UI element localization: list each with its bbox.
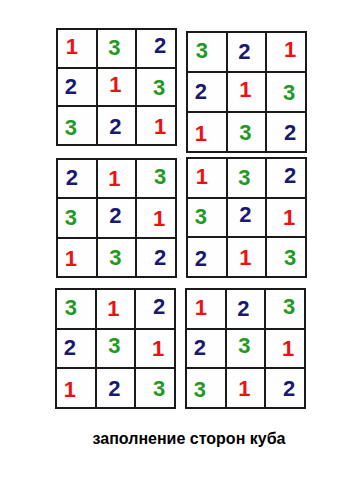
- digit-3: 3: [153, 77, 165, 99]
- cell-face1-r3c2: 2: [98, 107, 136, 144]
- cell-face2-r2c2: 1: [228, 73, 266, 111]
- digit-2: 2: [154, 247, 166, 269]
- digit-1: 1: [195, 297, 207, 319]
- digit-1: 1: [66, 36, 78, 58]
- cell-face3-r2c1: 3: [58, 199, 96, 236]
- digit-1: 1: [239, 247, 251, 269]
- cell-face2-r3c2: 3: [228, 113, 266, 151]
- board-face-3: 213321132: [56, 158, 177, 278]
- cell-face4-r2c2: 2: [228, 199, 266, 237]
- digit-3: 3: [65, 207, 77, 229]
- cell-face3-r2c3: 1: [137, 199, 175, 236]
- digit-2: 2: [66, 167, 78, 189]
- digit-2: 2: [194, 337, 206, 359]
- cell-face2-r1c2: 2: [228, 33, 266, 71]
- digit-2: 2: [153, 296, 165, 318]
- cell-face4-r3c3: 3: [267, 238, 305, 276]
- board-face-4: 132321213: [186, 157, 307, 278]
- digit-3: 3: [108, 335, 120, 357]
- digit-3: 3: [195, 206, 207, 228]
- digit-1: 1: [152, 338, 164, 360]
- board-face-6: 123231312: [185, 288, 306, 409]
- cell-face2-r2c1: 2: [188, 73, 226, 111]
- digit-3: 3: [239, 122, 251, 144]
- cell-face5-r2c2: 3: [97, 330, 135, 368]
- cell-face3-r3c3: 2: [137, 239, 175, 276]
- cell-face5-r3c3: 3: [136, 369, 174, 407]
- digit-1: 1: [283, 207, 295, 229]
- cell-face6-r1c2: 2: [227, 290, 265, 328]
- cell-face1-r3c3: 1: [137, 107, 175, 144]
- cell-face4-r2c3: 1: [267, 199, 305, 237]
- cell-face1-r1c2: 3: [98, 30, 136, 67]
- puzzle-diagram: 132213321 321213132 213321132 132321213 …: [0, 0, 358, 486]
- digit-2: 2: [195, 248, 207, 270]
- digit-2: 2: [237, 298, 249, 320]
- cell-face4-r1c1: 1: [188, 159, 226, 197]
- digit-2: 2: [65, 76, 77, 98]
- digit-1: 1: [107, 298, 119, 320]
- cell-face4-r3c1: 2: [188, 238, 226, 276]
- cell-face6-r1c1: 1: [187, 290, 225, 328]
- cell-face4-r2c1: 3: [188, 199, 226, 237]
- cell-face3-r1c1: 2: [58, 160, 96, 197]
- digit-3: 3: [196, 40, 208, 62]
- cell-face6-r2c3: 1: [266, 330, 304, 368]
- digit-2: 2: [109, 205, 121, 227]
- digit-3: 3: [154, 166, 166, 188]
- digit-1: 1: [153, 208, 165, 230]
- digit-3: 3: [109, 247, 121, 269]
- digit-1: 1: [109, 74, 121, 96]
- cell-face1-r2c3: 3: [137, 69, 175, 106]
- cell-face1-r1c3: 2: [137, 30, 175, 67]
- board-face-2: 321213132: [186, 31, 307, 153]
- cell-face3-r1c2: 1: [98, 160, 136, 197]
- cell-face3-r3c1: 1: [58, 239, 96, 276]
- digit-3: 3: [238, 335, 250, 357]
- cell-face5-r3c1: 1: [57, 369, 95, 407]
- cell-face1-r2c2: 1: [98, 69, 136, 106]
- cell-face3-r3c2: 3: [98, 239, 136, 276]
- cell-face2-r2c3: 3: [267, 73, 305, 111]
- cell-face6-r3c1: 3: [187, 369, 225, 407]
- digit-1: 1: [239, 79, 251, 101]
- cell-face2-r1c1: 3: [188, 33, 226, 71]
- digit-2: 2: [239, 204, 251, 226]
- cell-face5-r1c3: 2: [136, 290, 174, 328]
- cell-face4-r3c2: 1: [228, 238, 266, 276]
- cell-face6-r2c1: 2: [187, 330, 225, 368]
- cell-face2-r3c3: 2: [267, 113, 305, 151]
- cell-face2-r1c3: 1: [267, 33, 305, 71]
- digit-3: 3: [65, 117, 77, 139]
- board-face-1: 132213321: [56, 28, 177, 146]
- digit-3: 3: [65, 297, 77, 319]
- cell-face5-r2c1: 2: [57, 330, 95, 368]
- digit-3: 3: [108, 37, 120, 59]
- digit-3: 3: [283, 82, 295, 104]
- digit-1: 1: [64, 379, 76, 401]
- caption: заполнение сторон куба: [20, 430, 358, 448]
- digit-1: 1: [65, 248, 77, 270]
- digit-3: 3: [238, 167, 250, 189]
- digit-2: 2: [109, 116, 121, 138]
- cell-face4-r1c3: 2: [267, 159, 305, 197]
- digit-2: 2: [64, 337, 76, 359]
- digit-2: 2: [238, 41, 250, 63]
- digit-3: 3: [284, 247, 296, 269]
- cell-face1-r2c1: 2: [58, 69, 96, 106]
- digit-3: 3: [153, 378, 165, 400]
- digit-1: 1: [238, 378, 250, 400]
- cell-face5-r3c2: 2: [97, 369, 135, 407]
- digit-1: 1: [282, 338, 294, 360]
- cell-face3-r1c3: 3: [137, 160, 175, 197]
- digit-2: 2: [283, 378, 295, 400]
- digit-1: 1: [196, 166, 208, 188]
- board-face-5: 312231123: [55, 288, 176, 409]
- cell-face1-r3c1: 3: [58, 107, 96, 144]
- cell-face6-r1c3: 3: [266, 290, 304, 328]
- cell-face2-r3c1: 1: [188, 113, 226, 151]
- digit-2: 2: [108, 378, 120, 400]
- cell-face6-r3c3: 2: [266, 369, 304, 407]
- cell-face4-r1c2: 3: [228, 159, 266, 197]
- digit-2: 2: [195, 81, 207, 103]
- cell-face5-r1c2: 1: [97, 290, 135, 328]
- digit-2: 2: [284, 122, 296, 144]
- digit-1: 1: [195, 123, 207, 145]
- digit-1: 1: [154, 116, 166, 138]
- digit-1: 1: [284, 39, 296, 61]
- digit-2: 2: [154, 35, 166, 57]
- cell-face6-r3c2: 1: [227, 369, 265, 407]
- cell-face6-r2c2: 3: [227, 330, 265, 368]
- cell-face5-r1c1: 3: [57, 290, 95, 328]
- digit-3: 3: [283, 296, 295, 318]
- digit-2: 2: [284, 165, 296, 187]
- cell-face1-r1c1: 1: [58, 30, 96, 67]
- digit-1: 1: [108, 168, 120, 190]
- cell-face3-r2c2: 2: [98, 199, 136, 236]
- cell-face5-r2c3: 1: [136, 330, 174, 368]
- digit-3: 3: [194, 379, 206, 401]
